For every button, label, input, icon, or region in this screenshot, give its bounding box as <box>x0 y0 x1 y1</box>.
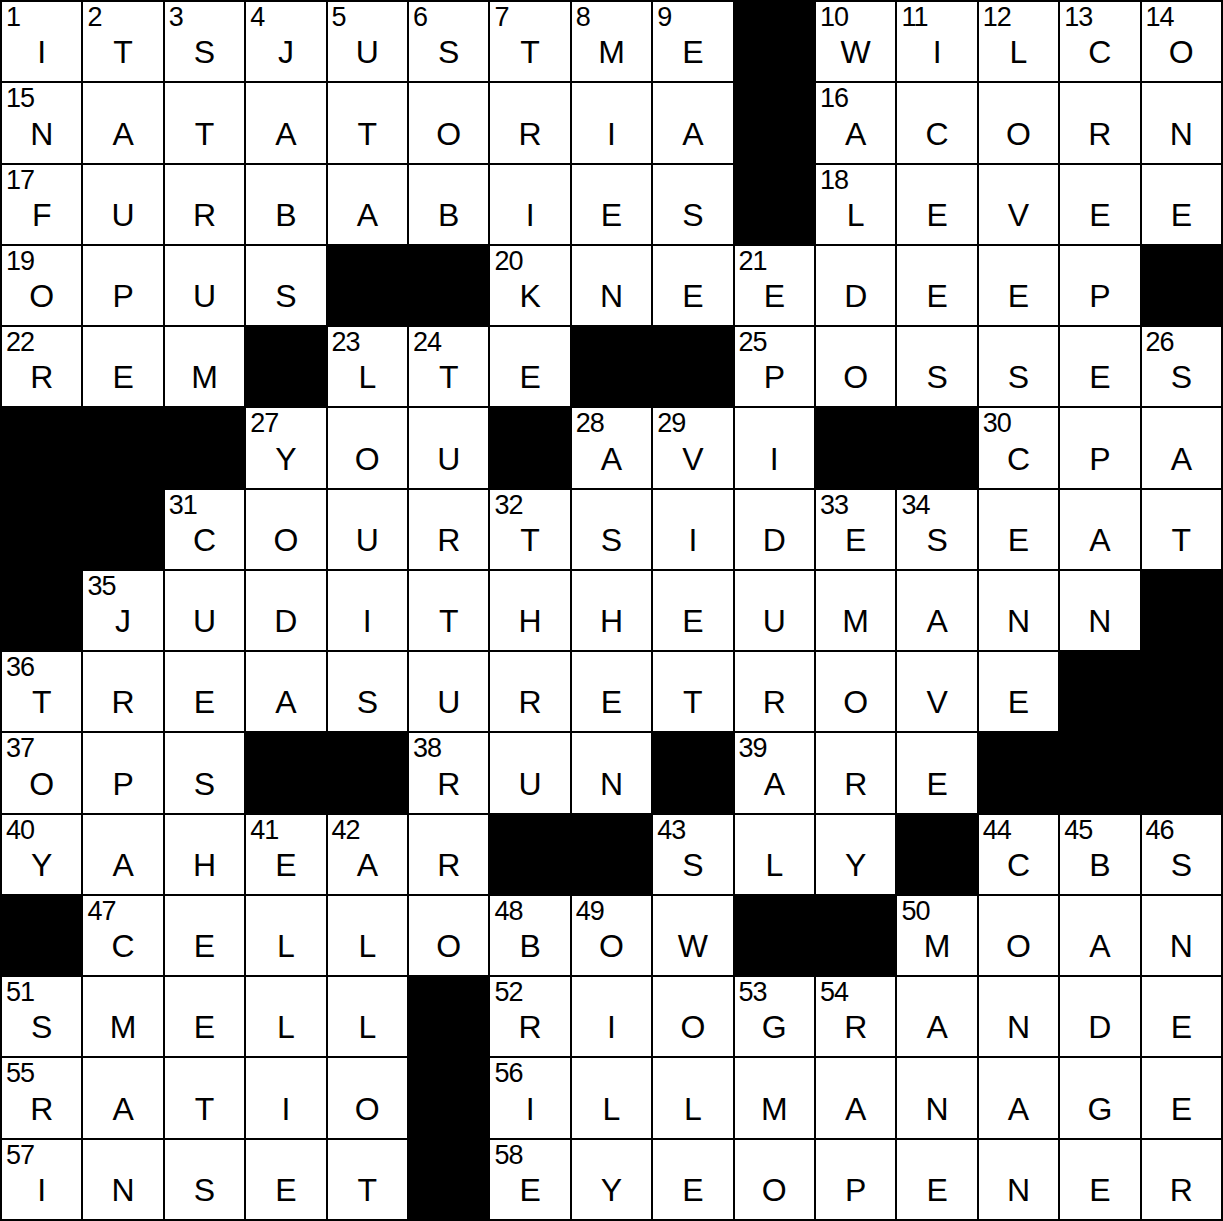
cell-letter: A <box>83 118 162 150</box>
letter-cell[interactable]: 17F <box>1 164 82 245</box>
black-cell <box>978 732 1059 813</box>
letter-cell[interactable]: Y <box>571 1139 652 1220</box>
letter-cell[interactable]: 31C <box>164 489 245 570</box>
clue-number: 26 <box>1146 328 1174 356</box>
cell-letter: B <box>409 199 488 231</box>
clue-number: 53 <box>739 978 767 1006</box>
letter-cell[interactable]: R <box>164 164 245 245</box>
cell-letter: A <box>653 118 732 150</box>
cell-letter: L <box>653 1093 732 1125</box>
black-cell <box>1 407 82 488</box>
letter-cell[interactable]: 22R <box>1 326 82 407</box>
letter-cell[interactable]: C <box>896 82 977 163</box>
letter-cell[interactable]: O <box>652 976 733 1057</box>
letter-cell[interactable]: T <box>652 651 733 732</box>
cell-letter: E <box>653 605 732 637</box>
letter-cell[interactable]: D <box>815 245 896 326</box>
letter-cell[interactable]: 23L <box>327 326 408 407</box>
letter-cell[interactable]: E <box>1141 164 1222 245</box>
letter-cell[interactable]: E <box>1059 164 1140 245</box>
cell-letter: A <box>246 686 325 718</box>
letter-cell[interactable]: 39A <box>734 732 815 813</box>
cell-letter: E <box>490 1174 569 1206</box>
letter-cell[interactable]: 40Y <box>1 814 82 895</box>
cell-letter: U <box>165 280 244 312</box>
letter-cell[interactable]: E <box>652 245 733 326</box>
letter-cell[interactable]: 55R <box>1 1057 82 1138</box>
cell-letter: S <box>653 849 732 881</box>
cell-letter: E <box>1060 199 1139 231</box>
cell-letter: I <box>572 1011 651 1043</box>
letter-cell[interactable]: L <box>327 895 408 976</box>
letter-cell[interactable]: U <box>408 651 489 732</box>
letter-cell[interactable]: L <box>652 1057 733 1138</box>
cell-letter: U <box>490 768 569 800</box>
clue-number: 3 <box>169 3 183 31</box>
letter-cell[interactable]: E <box>489 326 570 407</box>
letter-cell[interactable]: 52R <box>489 976 570 1057</box>
letter-cell[interactable]: E <box>896 1139 977 1220</box>
letter-cell[interactable]: 46S <box>1141 814 1222 895</box>
letter-cell[interactable]: V <box>978 164 1059 245</box>
letter-cell[interactable]: E <box>1141 976 1222 1057</box>
letter-cell[interactable]: B <box>408 164 489 245</box>
letter-cell[interactable]: 44C <box>978 814 1059 895</box>
clue-number: 39 <box>739 734 767 762</box>
letter-cell[interactable]: 9E <box>652 1 733 82</box>
letter-cell[interactable]: E <box>245 1139 326 1220</box>
letter-cell[interactable]: 3S <box>164 1 245 82</box>
letter-cell[interactable]: A <box>82 1057 163 1138</box>
letter-cell[interactable]: A <box>245 82 326 163</box>
letter-cell[interactable]: M <box>164 326 245 407</box>
cell-letter: A <box>83 1093 162 1125</box>
letter-cell[interactable]: U <box>327 489 408 570</box>
letter-cell[interactable]: 38R <box>408 732 489 813</box>
letter-cell[interactable]: U <box>164 245 245 326</box>
letter-cell[interactable]: N <box>82 1139 163 1220</box>
cell-letter: L <box>328 1011 407 1043</box>
letter-cell[interactable]: N <box>571 245 652 326</box>
cell-letter: R <box>490 686 569 718</box>
letter-cell[interactable]: N <box>978 1139 1059 1220</box>
cell-letter: E <box>735 280 814 312</box>
letter-cell[interactable]: N <box>978 976 1059 1057</box>
letter-cell[interactable]: O <box>815 326 896 407</box>
clue-number: 40 <box>6 816 34 844</box>
cell-letter: I <box>2 1174 81 1206</box>
letter-cell[interactable]: 24T <box>408 326 489 407</box>
cell-letter: D <box>1060 1011 1139 1043</box>
letter-cell[interactable]: S <box>571 489 652 570</box>
letter-cell[interactable]: E <box>571 164 652 245</box>
black-cell <box>1 570 82 651</box>
letter-cell[interactable]: S <box>164 732 245 813</box>
letter-cell[interactable]: O <box>327 1057 408 1138</box>
letter-cell[interactable]: E <box>896 732 977 813</box>
cell-letter: U <box>409 686 488 718</box>
letter-cell[interactable]: P <box>1059 407 1140 488</box>
letter-cell[interactable]: T <box>327 1139 408 1220</box>
cell-letter: T <box>165 118 244 150</box>
cell-letter: O <box>328 1093 407 1125</box>
letter-cell[interactable]: A <box>1059 895 1140 976</box>
letter-cell[interactable]: 33E <box>815 489 896 570</box>
letter-cell[interactable]: 7T <box>489 1 570 82</box>
letter-cell[interactable]: M <box>815 570 896 651</box>
letter-cell[interactable]: T <box>164 1057 245 1138</box>
clue-number: 55 <box>6 1059 34 1087</box>
letter-cell[interactable]: S <box>245 245 326 326</box>
letter-cell[interactable]: I <box>245 1057 326 1138</box>
letter-cell[interactable]: M <box>734 1057 815 1138</box>
letter-cell[interactable]: 27Y <box>245 407 326 488</box>
clue-number: 23 <box>332 328 360 356</box>
letter-cell[interactable]: W <box>652 895 733 976</box>
letter-cell[interactable]: 41E <box>245 814 326 895</box>
cell-letter: P <box>83 280 162 312</box>
cell-letter: W <box>653 930 732 962</box>
cell-letter: R <box>1060 118 1139 150</box>
letter-cell[interactable]: L <box>734 814 815 895</box>
cell-letter: T <box>409 361 488 393</box>
letter-cell[interactable]: 48B <box>489 895 570 976</box>
letter-cell[interactable]: V <box>896 651 977 732</box>
cell-letter: U <box>735 605 814 637</box>
cell-letter: D <box>816 280 895 312</box>
letter-cell[interactable]: G <box>1059 1057 1140 1138</box>
cell-letter: E <box>1142 199 1221 231</box>
letter-cell[interactable]: E <box>1059 1139 1140 1220</box>
letter-cell[interactable]: P <box>815 1139 896 1220</box>
letter-cell[interactable]: R <box>489 82 570 163</box>
letter-cell[interactable]: N <box>1141 895 1222 976</box>
letter-cell[interactable]: H <box>489 570 570 651</box>
letter-cell[interactable]: 51S <box>1 976 82 1057</box>
cell-letter: S <box>979 361 1058 393</box>
letter-cell[interactable]: O <box>327 407 408 488</box>
black-cell <box>1141 570 1222 651</box>
letter-cell[interactable]: O <box>408 82 489 163</box>
cell-letter: Y <box>246 443 325 475</box>
clue-number: 21 <box>739 247 767 275</box>
letter-cell[interactable]: T <box>1141 489 1222 570</box>
letter-cell[interactable]: Y <box>815 814 896 895</box>
black-cell <box>245 732 326 813</box>
cell-letter: U <box>328 524 407 556</box>
letter-cell[interactable]: E <box>652 1139 733 1220</box>
black-cell <box>896 814 977 895</box>
letter-cell[interactable]: E <box>1141 1057 1222 1138</box>
letter-cell[interactable]: 30C <box>978 407 1059 488</box>
letter-cell[interactable]: L <box>245 976 326 1057</box>
clue-number: 8 <box>576 3 590 31</box>
letter-cell[interactable]: 15N <box>1 82 82 163</box>
letter-cell[interactable]: 12L <box>978 1 1059 82</box>
letter-cell[interactable]: E <box>82 326 163 407</box>
cell-letter: E <box>897 280 976 312</box>
cell-letter: A <box>1142 443 1221 475</box>
letter-cell[interactable]: N <box>896 1057 977 1138</box>
letter-cell[interactable]: P <box>82 732 163 813</box>
black-cell <box>1141 651 1222 732</box>
letter-cell[interactable]: 43S <box>652 814 733 895</box>
cell-letter: I <box>328 605 407 637</box>
letter-cell[interactable]: 4J <box>245 1 326 82</box>
letter-cell[interactable]: R <box>734 651 815 732</box>
cell-letter: C <box>1060 36 1139 68</box>
cell-letter: U <box>409 443 488 475</box>
letter-cell[interactable]: E <box>164 895 245 976</box>
clue-number: 2 <box>87 3 101 31</box>
clue-number: 47 <box>87 897 115 925</box>
letter-cell[interactable]: E <box>571 651 652 732</box>
letter-cell[interactable]: T <box>327 82 408 163</box>
letter-cell[interactable]: B <box>245 164 326 245</box>
cell-letter: L <box>246 1011 325 1043</box>
cell-letter: P <box>83 768 162 800</box>
letter-cell[interactable]: I <box>327 570 408 651</box>
letter-cell[interactable]: R <box>489 651 570 732</box>
black-cell <box>571 326 652 407</box>
letter-cell[interactable]: 45B <box>1059 814 1140 895</box>
letter-cell[interactable]: A <box>978 1057 1059 1138</box>
letter-cell[interactable]: E <box>652 570 733 651</box>
letter-cell[interactable]: T <box>164 82 245 163</box>
letter-cell[interactable]: 47C <box>82 895 163 976</box>
letter-cell[interactable]: O <box>815 651 896 732</box>
letter-cell[interactable]: M <box>82 976 163 1057</box>
black-cell <box>489 407 570 488</box>
clue-number: 10 <box>820 3 848 31</box>
letter-cell[interactable]: U <box>408 407 489 488</box>
letter-cell[interactable]: 56I <box>489 1057 570 1138</box>
letter-cell[interactable]: I <box>571 82 652 163</box>
letter-cell[interactable]: L <box>245 895 326 976</box>
cell-letter: A <box>83 849 162 881</box>
letter-cell[interactable]: O <box>978 82 1059 163</box>
clue-number: 28 <box>576 409 604 437</box>
letter-cell[interactable]: 8M <box>571 1 652 82</box>
letter-cell[interactable]: U <box>734 570 815 651</box>
letter-cell[interactable]: S <box>327 651 408 732</box>
letter-cell[interactable]: A <box>815 1057 896 1138</box>
cell-letter: I <box>490 1093 569 1125</box>
letter-cell[interactable]: 36T <box>1 651 82 732</box>
letter-cell[interactable]: 42A <box>327 814 408 895</box>
letter-cell[interactable]: 35J <box>82 570 163 651</box>
cell-letter: M <box>83 1011 162 1043</box>
cell-letter: E <box>897 199 976 231</box>
letter-cell[interactable]: R <box>1141 1139 1222 1220</box>
letter-cell[interactable]: D <box>734 489 815 570</box>
letter-cell[interactable]: 37O <box>1 732 82 813</box>
cell-letter: F <box>2 199 81 231</box>
cell-letter: L <box>816 199 895 231</box>
letter-cell[interactable]: A <box>652 82 733 163</box>
letter-cell[interactable]: 11I <box>896 1 977 82</box>
letter-cell[interactable]: A <box>896 976 977 1057</box>
cell-letter: E <box>165 930 244 962</box>
letter-cell[interactable]: 10W <box>815 1 896 82</box>
letter-cell[interactable]: P <box>82 245 163 326</box>
clue-number: 58 <box>494 1141 522 1169</box>
cell-letter: H <box>572 605 651 637</box>
letter-cell[interactable]: 2T <box>82 1 163 82</box>
letter-cell[interactable]: I <box>734 407 815 488</box>
clue-number: 32 <box>494 491 522 519</box>
clue-number: 16 <box>820 84 848 112</box>
letter-cell[interactable]: 19O <box>1 245 82 326</box>
letter-cell[interactable]: N <box>1141 82 1222 163</box>
clue-number: 45 <box>1064 816 1092 844</box>
cell-letter: B <box>490 930 569 962</box>
letter-cell[interactable]: I <box>652 489 733 570</box>
letter-cell[interactable]: 57I <box>1 1139 82 1220</box>
black-cell <box>815 407 896 488</box>
cell-letter: S <box>897 524 976 556</box>
letter-cell[interactable]: O <box>734 1139 815 1220</box>
letter-cell[interactable]: A <box>82 82 163 163</box>
letter-cell[interactable]: D <box>245 570 326 651</box>
letter-cell[interactable]: R <box>1059 82 1140 163</box>
letter-cell[interactable]: A <box>1059 489 1140 570</box>
letter-cell[interactable]: E <box>978 245 1059 326</box>
letter-cell[interactable]: O <box>245 489 326 570</box>
cell-letter: L <box>979 36 1058 68</box>
letter-cell[interactable]: R <box>408 489 489 570</box>
letter-cell[interactable]: E <box>1059 326 1140 407</box>
letter-cell[interactable]: 18L <box>815 164 896 245</box>
letter-cell[interactable]: 28A <box>571 407 652 488</box>
letter-cell[interactable]: 1I <box>1 1 82 82</box>
cell-letter: I <box>572 118 651 150</box>
cell-letter: E <box>897 768 976 800</box>
cell-letter: N <box>572 280 651 312</box>
letter-cell[interactable]: S <box>652 164 733 245</box>
cell-letter: S <box>897 361 976 393</box>
letter-cell[interactable]: 13C <box>1059 1 1140 82</box>
cell-letter: T <box>653 686 732 718</box>
letter-cell[interactable]: P <box>1059 245 1140 326</box>
letter-cell[interactable]: H <box>164 814 245 895</box>
cell-letter: N <box>572 768 651 800</box>
cell-letter: C <box>979 443 1058 475</box>
letter-cell[interactable]: 29V <box>652 407 733 488</box>
cell-letter: C <box>979 849 1058 881</box>
letter-cell[interactable]: 14O <box>1141 1 1222 82</box>
letter-cell[interactable]: U <box>489 732 570 813</box>
letter-cell[interactable]: 49O <box>571 895 652 976</box>
letter-cell[interactable]: I <box>489 164 570 245</box>
cell-letter: S <box>409 36 488 68</box>
black-cell <box>408 1139 489 1220</box>
cell-letter: O <box>979 118 1058 150</box>
clue-number: 46 <box>1146 816 1174 844</box>
letter-cell[interactable]: 6S <box>408 1 489 82</box>
letter-cell[interactable]: L <box>571 1057 652 1138</box>
letter-cell[interactable]: E <box>978 489 1059 570</box>
cell-letter: R <box>409 768 488 800</box>
letter-cell[interactable]: S <box>978 326 1059 407</box>
black-cell <box>245 326 326 407</box>
letter-cell[interactable]: 50M <box>896 895 977 976</box>
letter-cell[interactable]: H <box>571 570 652 651</box>
cell-letter: S <box>246 280 325 312</box>
letter-cell[interactable]: 54R <box>815 976 896 1057</box>
letter-cell[interactable]: A <box>1141 407 1222 488</box>
letter-cell[interactable]: R <box>408 814 489 895</box>
letter-cell[interactable]: A <box>327 164 408 245</box>
cell-letter: H <box>490 605 569 637</box>
letter-cell[interactable]: 5U <box>327 1 408 82</box>
clue-number: 36 <box>6 653 34 681</box>
letter-cell[interactable]: E <box>978 651 1059 732</box>
letter-cell[interactable]: O <box>408 895 489 976</box>
clue-number: 54 <box>820 978 848 1006</box>
letter-cell[interactable]: E <box>164 976 245 1057</box>
letter-cell[interactable]: 32T <box>489 489 570 570</box>
cell-letter: O <box>735 1174 814 1206</box>
letter-cell[interactable]: N <box>978 570 1059 651</box>
cell-letter: N <box>897 1093 976 1125</box>
letter-cell[interactable]: S <box>896 326 977 407</box>
letter-cell[interactable]: E <box>896 164 977 245</box>
letter-cell[interactable]: U <box>82 164 163 245</box>
letter-cell[interactable]: E <box>896 245 977 326</box>
cell-letter: T <box>83 36 162 68</box>
cell-letter: S <box>1142 361 1221 393</box>
letter-cell[interactable]: 53G <box>734 976 815 1057</box>
letter-cell[interactable]: R <box>82 651 163 732</box>
letter-cell[interactable]: T <box>408 570 489 651</box>
cell-letter: E <box>246 1174 325 1206</box>
letter-cell[interactable]: I <box>571 976 652 1057</box>
black-cell <box>734 164 815 245</box>
clue-number: 42 <box>332 816 360 844</box>
cell-letter: Y <box>2 849 81 881</box>
cell-letter: A <box>1060 524 1139 556</box>
cell-letter: R <box>165 199 244 231</box>
letter-cell[interactable]: A <box>896 570 977 651</box>
letter-cell[interactable]: O <box>978 895 1059 976</box>
letter-cell[interactable]: D <box>1059 976 1140 1057</box>
letter-cell[interactable]: 21E <box>734 245 815 326</box>
letter-cell[interactable]: L <box>327 976 408 1057</box>
letter-cell[interactable]: 16A <box>815 82 896 163</box>
letter-cell[interactable]: R <box>815 732 896 813</box>
letter-cell[interactable]: U <box>164 570 245 651</box>
letter-cell[interactable]: E <box>164 651 245 732</box>
black-cell <box>652 326 733 407</box>
letter-cell[interactable]: S <box>164 1139 245 1220</box>
letter-cell[interactable]: A <box>245 651 326 732</box>
letter-cell[interactable]: N <box>571 732 652 813</box>
letter-cell[interactable]: 20K <box>489 245 570 326</box>
cell-letter: A <box>1060 930 1139 962</box>
letter-cell[interactable]: 58E <box>489 1139 570 1220</box>
cell-letter: N <box>1142 118 1221 150</box>
letter-cell[interactable]: 26S <box>1141 326 1222 407</box>
letter-cell[interactable]: 34S <box>896 489 977 570</box>
letter-cell[interactable]: N <box>1059 570 1140 651</box>
cell-letter: G <box>735 1011 814 1043</box>
letter-cell[interactable]: 25P <box>734 326 815 407</box>
cell-letter: E <box>1142 1093 1221 1125</box>
letter-cell[interactable]: A <box>82 814 163 895</box>
cell-letter: O <box>246 524 325 556</box>
cell-letter: V <box>653 443 732 475</box>
